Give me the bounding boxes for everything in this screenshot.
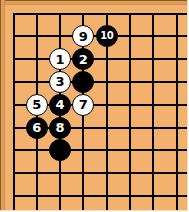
stone-black-6: 6 [26, 117, 48, 139]
go-board-diagram: 91012354768 [0, 0, 188, 211]
grid-line-horizontal [13, 195, 189, 197]
stone-black-10: 10 [96, 25, 118, 47]
stone-black [49, 139, 71, 161]
stone-white-7: 7 [72, 94, 94, 116]
grid-line-horizontal [13, 149, 189, 151]
stone-black-8: 8 [49, 117, 71, 139]
move-number: 1 [56, 52, 65, 65]
grid-line-horizontal [13, 13, 189, 15]
move-number: 9 [79, 29, 88, 42]
move-number: 3 [56, 75, 65, 88]
move-number: 4 [56, 98, 65, 111]
grid-line-vertical [176, 13, 178, 212]
stone-black-4: 4 [49, 94, 71, 116]
grid-line-vertical [129, 13, 131, 212]
grid-line-horizontal [13, 172, 189, 174]
stone-white-1: 1 [49, 48, 71, 70]
move-number: 10 [100, 31, 113, 41]
grid-line-horizontal [13, 58, 189, 60]
move-number: 7 [79, 98, 88, 111]
stone-black [72, 71, 94, 93]
grid-line-vertical [152, 13, 154, 212]
grid-line-vertical [13, 13, 15, 212]
move-number: 2 [79, 52, 88, 65]
board-edge-top [0, 0, 187, 5]
stone-white-3: 3 [49, 71, 71, 93]
stone-white-9: 9 [72, 25, 94, 47]
stone-white-5: 5 [26, 94, 48, 116]
move-number: 5 [32, 98, 41, 111]
move-number: 8 [56, 121, 65, 134]
grid-line-horizontal [13, 81, 189, 83]
stone-black-2: 2 [72, 48, 94, 70]
move-number: 6 [32, 121, 41, 134]
board-edge-left [0, 0, 5, 210]
